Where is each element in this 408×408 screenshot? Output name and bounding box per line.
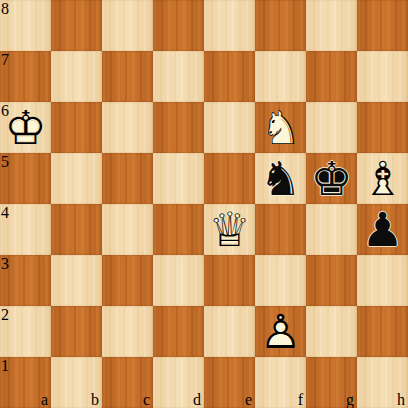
file-label-f: f — [298, 391, 303, 408]
square-f8[interactable] — [255, 0, 306, 51]
square-c8[interactable] — [102, 0, 153, 51]
rank-label-3: 3 — [1, 255, 9, 273]
square-a1[interactable]: 1a — [0, 357, 51, 408]
square-f4[interactable] — [255, 204, 306, 255]
white-bishop[interactable]: ♝♗ — [357, 153, 408, 204]
square-a6[interactable]: 6♚♔ — [0, 102, 51, 153]
black-knight[interactable]: ♞ — [255, 153, 306, 204]
square-h5[interactable]: ♝♗ — [357, 153, 408, 204]
white-bishop-outline: ♗ — [357, 153, 408, 204]
rank-label-5: 5 — [1, 153, 9, 171]
square-f3[interactable] — [255, 255, 306, 306]
square-h3[interactable] — [357, 255, 408, 306]
square-f2[interactable]: ♟♙ — [255, 306, 306, 357]
white-knight-outline: ♘ — [255, 102, 306, 153]
chess-app: 876♚♔♞♘5♞♚♝♗4♛♕♟32♟♙1abcdefgh — [0, 0, 408, 408]
black-pawn[interactable]: ♟ — [357, 204, 408, 255]
square-d6[interactable] — [153, 102, 204, 153]
square-h8[interactable] — [357, 0, 408, 51]
square-f6[interactable]: ♞♘ — [255, 102, 306, 153]
square-c3[interactable] — [102, 255, 153, 306]
square-b5[interactable] — [51, 153, 102, 204]
file-label-b: b — [91, 391, 99, 408]
square-e6[interactable] — [204, 102, 255, 153]
white-queen-outline: ♕ — [204, 204, 255, 255]
square-g5[interactable]: ♚ — [306, 153, 357, 204]
square-d1[interactable]: d — [153, 357, 204, 408]
white-queen-glyph: ♛ — [205, 205, 254, 254]
square-c6[interactable] — [102, 102, 153, 153]
file-label-g: g — [346, 391, 354, 408]
rank-label-1: 1 — [1, 357, 9, 375]
square-e7[interactable] — [204, 51, 255, 102]
square-c2[interactable] — [102, 306, 153, 357]
square-a7[interactable]: 7 — [0, 51, 51, 102]
square-d3[interactable] — [153, 255, 204, 306]
file-label-d: d — [193, 391, 201, 408]
square-c7[interactable] — [102, 51, 153, 102]
square-c5[interactable] — [102, 153, 153, 204]
white-pawn[interactable]: ♟♙ — [255, 306, 306, 357]
rank-label-2: 2 — [1, 306, 9, 324]
square-d8[interactable] — [153, 0, 204, 51]
square-h1[interactable]: h — [357, 357, 408, 408]
file-label-a: a — [41, 391, 48, 408]
black-pawn-glyph: ♟ — [357, 204, 408, 255]
square-c1[interactable]: c — [102, 357, 153, 408]
square-f7[interactable] — [255, 51, 306, 102]
square-b4[interactable] — [51, 204, 102, 255]
white-knight[interactable]: ♞♘ — [255, 102, 306, 153]
square-h6[interactable] — [357, 102, 408, 153]
square-a3[interactable]: 3 — [0, 255, 51, 306]
white-queen[interactable]: ♛♕ — [204, 204, 255, 255]
square-f5[interactable]: ♞ — [255, 153, 306, 204]
square-h2[interactable] — [357, 306, 408, 357]
square-c4[interactable] — [102, 204, 153, 255]
square-g2[interactable] — [306, 306, 357, 357]
black-king[interactable]: ♚ — [306, 153, 357, 204]
square-d4[interactable] — [153, 204, 204, 255]
square-e1[interactable]: e — [204, 357, 255, 408]
square-d5[interactable] — [153, 153, 204, 204]
white-king[interactable]: ♚♔ — [0, 102, 51, 153]
square-a4[interactable]: 4 — [0, 204, 51, 255]
square-d7[interactable] — [153, 51, 204, 102]
square-b7[interactable] — [51, 51, 102, 102]
black-king-glyph: ♚ — [306, 153, 357, 204]
square-h7[interactable] — [357, 51, 408, 102]
square-g8[interactable] — [306, 0, 357, 51]
square-b1[interactable]: b — [51, 357, 102, 408]
square-g6[interactable] — [306, 102, 357, 153]
white-knight-glyph: ♞ — [256, 103, 305, 152]
square-g1[interactable]: g — [306, 357, 357, 408]
square-a5[interactable]: 5 — [0, 153, 51, 204]
square-b2[interactable] — [51, 306, 102, 357]
rank-label-7: 7 — [1, 51, 9, 69]
file-label-h: h — [397, 391, 405, 408]
square-e8[interactable] — [204, 0, 255, 51]
square-f1[interactable]: f — [255, 357, 306, 408]
white-king-outline: ♔ — [0, 102, 51, 153]
square-b6[interactable] — [51, 102, 102, 153]
square-g7[interactable] — [306, 51, 357, 102]
white-pawn-glyph: ♟ — [256, 307, 305, 356]
square-b3[interactable] — [51, 255, 102, 306]
rank-label-4: 4 — [1, 204, 9, 222]
square-e4[interactable]: ♛♕ — [204, 204, 255, 255]
black-knight-glyph: ♞ — [255, 153, 306, 204]
square-b8[interactable] — [51, 0, 102, 51]
square-h4[interactable]: ♟ — [357, 204, 408, 255]
square-g4[interactable] — [306, 204, 357, 255]
rank-label-8: 8 — [1, 0, 9, 18]
square-e2[interactable] — [204, 306, 255, 357]
file-label-c: c — [143, 391, 150, 408]
square-a8[interactable]: 8 — [0, 0, 51, 51]
square-a2[interactable]: 2 — [0, 306, 51, 357]
square-g3[interactable] — [306, 255, 357, 306]
file-label-e: e — [245, 391, 252, 408]
white-bishop-glyph: ♝ — [358, 154, 407, 203]
chessboard: 876♚♔♞♘5♞♚♝♗4♛♕♟32♟♙1abcdefgh — [0, 0, 408, 408]
square-e3[interactable] — [204, 255, 255, 306]
square-e5[interactable] — [204, 153, 255, 204]
white-king-glyph: ♚ — [1, 103, 50, 152]
white-pawn-outline: ♙ — [255, 306, 306, 357]
square-d2[interactable] — [153, 306, 204, 357]
